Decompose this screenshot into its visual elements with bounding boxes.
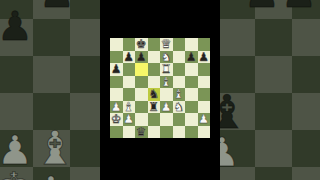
- square-h1[interactable]: [198, 126, 211, 139]
- square-g1[interactable]: [185, 126, 198, 139]
- square-c8[interactable]: ♚: [135, 38, 148, 51]
- short-video-frame: ♟♟♟♟♟♝♚♟♝♟ ♚♛♟♟♞♟♟♟♜♝♞♝♟♝♜♟♞♚♟♟♛: [0, 0, 320, 180]
- square-b8[interactable]: [123, 38, 136, 51]
- square-g2[interactable]: [185, 113, 198, 126]
- square-e1[interactable]: [160, 126, 173, 139]
- black-pawn-c7[interactable]: ♟: [135, 51, 148, 64]
- bg-square: [33, 19, 70, 56]
- square-h7[interactable]: ♟: [198, 51, 211, 64]
- square-g6[interactable]: [185, 63, 198, 76]
- bg-piece-white-bishop: ♝: [34, 125, 75, 171]
- square-b2[interactable]: ♟: [123, 113, 136, 126]
- white-queen-e8[interactable]: ♛: [160, 38, 173, 51]
- square-c6[interactable]: [135, 63, 148, 76]
- bg-square: [255, 56, 292, 93]
- square-e6[interactable]: ♜: [160, 63, 173, 76]
- bg-square: [0, 56, 33, 93]
- square-g8[interactable]: [185, 38, 198, 51]
- bg-piece-black-pawn: ♟: [0, 6, 33, 46]
- white-pawn-e3[interactable]: ♟: [160, 101, 173, 114]
- square-d8[interactable]: [148, 38, 161, 51]
- square-d3[interactable]: ♜: [148, 101, 161, 114]
- black-pawn-g7[interactable]: ♟: [185, 51, 198, 64]
- black-rook-d3[interactable]: ♜: [148, 101, 161, 114]
- bg-piece-black-pawn: ♟: [39, 0, 75, 13]
- square-c4[interactable]: [135, 88, 148, 101]
- white-king-a2[interactable]: ♚: [110, 113, 123, 126]
- bg-piece-white-pawn: ♟: [33, 171, 69, 180]
- square-b7[interactable]: ♟: [123, 51, 136, 64]
- square-d2[interactable]: [148, 113, 161, 126]
- square-e8[interactable]: ♛: [160, 38, 173, 51]
- square-e3[interactable]: ♟: [160, 101, 173, 114]
- square-g5[interactable]: [185, 76, 198, 89]
- square-b4[interactable]: [123, 88, 136, 101]
- square-b5[interactable]: [123, 76, 136, 89]
- bg-square: [33, 56, 70, 93]
- square-h4[interactable]: [198, 88, 211, 101]
- square-a1[interactable]: [110, 126, 123, 139]
- white-knight-f3[interactable]: ♞: [173, 101, 186, 114]
- square-b1[interactable]: [123, 126, 136, 139]
- white-pawn-b2[interactable]: ♟: [123, 113, 136, 126]
- bg-square: [0, 93, 33, 130]
- bg-square: [218, 19, 255, 56]
- white-bishop-f4[interactable]: ♝: [173, 88, 186, 101]
- square-e5[interactable]: ♝: [160, 76, 173, 89]
- square-c3[interactable]: [135, 101, 148, 114]
- white-pawn-h2[interactable]: ♟: [198, 113, 211, 126]
- square-g4[interactable]: [185, 88, 198, 101]
- bg-piece-black-pawn: ♟: [244, 0, 280, 13]
- square-h6[interactable]: [198, 63, 211, 76]
- bg-square: [255, 93, 292, 130]
- bg-square: [255, 167, 292, 180]
- square-e4[interactable]: [160, 88, 173, 101]
- bg-square: [292, 19, 320, 56]
- square-a6[interactable]: ♟: [110, 63, 123, 76]
- square-c1[interactable]: ♛: [135, 126, 148, 139]
- black-pawn-b7[interactable]: ♟: [123, 51, 136, 64]
- square-g3[interactable]: [185, 101, 198, 114]
- square-h8[interactable]: [198, 38, 211, 51]
- black-pawn-h7[interactable]: ♟: [198, 51, 211, 64]
- square-f7[interactable]: [173, 51, 186, 64]
- square-h2[interactable]: ♟: [198, 113, 211, 126]
- square-a8[interactable]: [110, 38, 123, 51]
- bg-square: [292, 56, 320, 93]
- black-pawn-a6[interactable]: ♟: [110, 63, 123, 76]
- square-d1[interactable]: [148, 126, 161, 139]
- bg-piece-black-pawn: ♟: [281, 0, 317, 13]
- bg-square: [255, 130, 292, 167]
- square-f4[interactable]: ♝: [173, 88, 186, 101]
- white-rook-e6[interactable]: ♜: [160, 63, 173, 76]
- square-f2[interactable]: [173, 113, 186, 126]
- square-d7[interactable]: [148, 51, 161, 64]
- black-queen-c1[interactable]: ♛: [135, 126, 148, 139]
- bg-square: [255, 19, 292, 56]
- square-a2[interactable]: ♚: [110, 113, 123, 126]
- bg-square: [292, 130, 320, 167]
- black-king-c8[interactable]: ♚: [135, 38, 148, 51]
- square-f3[interactable]: ♞: [173, 101, 186, 114]
- square-c5[interactable]: [135, 76, 148, 89]
- chess-board: ♚♛♟♟♞♟♟♟♜♝♞♝♟♝♜♟♞♚♟♟♛: [110, 38, 210, 138]
- square-b6[interactable]: [123, 63, 136, 76]
- square-a4[interactable]: [110, 88, 123, 101]
- square-d6[interactable]: [148, 63, 161, 76]
- square-a5[interactable]: [110, 76, 123, 89]
- square-f1[interactable]: [173, 126, 186, 139]
- square-d4[interactable]: ♞: [148, 88, 161, 101]
- square-e2[interactable]: [160, 113, 173, 126]
- bg-piece-white-king: ♚: [0, 167, 34, 180]
- square-c7[interactable]: ♟: [135, 51, 148, 64]
- square-c2[interactable]: [135, 113, 148, 126]
- bg-square: [292, 167, 320, 180]
- square-g7[interactable]: ♟: [185, 51, 198, 64]
- square-h5[interactable]: [198, 76, 211, 89]
- bg-square: [292, 93, 320, 130]
- white-bishop-e5[interactable]: ♝: [160, 76, 173, 89]
- square-f8[interactable]: [173, 38, 186, 51]
- black-knight-d4[interactable]: ♞: [148, 88, 161, 101]
- square-f6[interactable]: [173, 63, 186, 76]
